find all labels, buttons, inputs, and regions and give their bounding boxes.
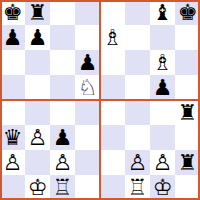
square-r3c5[interactable] — [125, 75, 150, 100]
square-r7c2[interactable]: ♖ — [50, 175, 75, 200]
square-r2c3[interactable]: ♟ — [75, 50, 100, 75]
square-r7c1[interactable]: ♔ — [25, 175, 50, 200]
piece-white-king: ♔ — [28, 175, 48, 200]
square-r0c0[interactable]: ♚ — [0, 0, 25, 25]
square-r0c4[interactable] — [100, 0, 125, 25]
square-r5c6[interactable] — [150, 125, 175, 150]
piece-black-pawn: ♟ — [53, 125, 73, 150]
square-r1c7[interactable] — [175, 25, 200, 50]
square-r7c0[interactable] — [0, 175, 25, 200]
square-r0c6[interactable]: ♝ — [150, 0, 175, 25]
piece-black-queen: ♛ — [3, 125, 23, 150]
piece-white-rook: ♖ — [53, 175, 73, 200]
square-r7c4[interactable] — [100, 175, 125, 200]
square-r4c1[interactable] — [25, 100, 50, 125]
square-r0c7[interactable]: ♚ — [175, 0, 200, 25]
square-r2c1[interactable] — [25, 50, 50, 75]
square-r7c6[interactable]: ♔ — [150, 175, 175, 200]
square-r1c5[interactable] — [125, 25, 150, 50]
square-r2c7[interactable] — [175, 50, 200, 75]
square-r2c2[interactable] — [50, 50, 75, 75]
piece-black-pawn: ♟ — [28, 25, 48, 50]
square-r4c2[interactable] — [50, 100, 75, 125]
chess-board: ♚♜♝♚♟♟♗♟♗♘♟♜♛♙♟♙♙♙♙♜♔♖♖♔ — [0, 0, 200, 200]
square-r5c1[interactable]: ♙ — [25, 125, 50, 150]
square-r6c1[interactable] — [25, 150, 50, 175]
square-r4c3[interactable] — [75, 100, 100, 125]
piece-black-rook: ♜ — [178, 150, 198, 175]
piece-black-pawn: ♟ — [3, 25, 23, 50]
square-r4c5[interactable] — [125, 100, 150, 125]
piece-black-king: ♚ — [178, 0, 198, 25]
square-r2c6[interactable]: ♗ — [150, 50, 175, 75]
square-r6c7[interactable]: ♜ — [175, 150, 200, 175]
square-r5c0[interactable]: ♛ — [0, 125, 25, 150]
square-r6c4[interactable] — [100, 150, 125, 175]
square-r3c6[interactable]: ♟ — [150, 75, 175, 100]
piece-white-pawn: ♙ — [153, 150, 173, 175]
square-r7c7[interactable] — [175, 175, 200, 200]
square-r0c1[interactable]: ♜ — [25, 0, 50, 25]
piece-white-pawn: ♙ — [3, 150, 23, 175]
square-r5c5[interactable] — [125, 125, 150, 150]
piece-black-rook: ♜ — [178, 100, 198, 125]
piece-black-rook: ♜ — [28, 0, 48, 25]
piece-white-bishop: ♗ — [103, 25, 123, 50]
square-r6c2[interactable]: ♙ — [50, 150, 75, 175]
square-r1c2[interactable] — [50, 25, 75, 50]
piece-white-pawn: ♙ — [53, 150, 73, 175]
square-r1c0[interactable]: ♟ — [0, 25, 25, 50]
square-r3c1[interactable] — [25, 75, 50, 100]
piece-black-pawn: ♟ — [78, 50, 98, 75]
square-r6c5[interactable]: ♙ — [125, 150, 150, 175]
piece-black-bishop: ♝ — [153, 0, 173, 25]
square-r0c5[interactable] — [125, 0, 150, 25]
square-r4c6[interactable] — [150, 100, 175, 125]
square-r3c3[interactable]: ♘ — [75, 75, 100, 100]
piece-black-king: ♚ — [3, 0, 23, 25]
square-r3c0[interactable] — [0, 75, 25, 100]
square-r3c7[interactable] — [175, 75, 200, 100]
square-r2c0[interactable] — [0, 50, 25, 75]
piece-white-rook: ♖ — [128, 175, 148, 200]
square-r5c3[interactable] — [75, 125, 100, 150]
square-r6c0[interactable]: ♙ — [0, 150, 25, 175]
square-r0c3[interactable] — [75, 0, 100, 25]
square-r5c2[interactable]: ♟ — [50, 125, 75, 150]
square-r4c7[interactable]: ♜ — [175, 100, 200, 125]
square-r1c1[interactable]: ♟ — [25, 25, 50, 50]
square-r1c4[interactable]: ♗ — [100, 25, 125, 50]
square-r6c6[interactable]: ♙ — [150, 150, 175, 175]
piece-white-bishop: ♗ — [153, 50, 173, 75]
square-r7c5[interactable]: ♖ — [125, 175, 150, 200]
square-r1c3[interactable] — [75, 25, 100, 50]
piece-white-king: ♔ — [153, 175, 173, 200]
square-r3c2[interactable] — [50, 75, 75, 100]
piece-white-pawn: ♙ — [28, 125, 48, 150]
piece-white-pawn: ♙ — [128, 150, 148, 175]
piece-white-knight: ♘ — [78, 75, 98, 100]
square-r4c0[interactable] — [0, 100, 25, 125]
piece-black-pawn: ♟ — [153, 75, 173, 100]
square-r2c4[interactable] — [100, 50, 125, 75]
square-r3c4[interactable] — [100, 75, 125, 100]
square-r0c2[interactable] — [50, 0, 75, 25]
square-r2c5[interactable] — [125, 50, 150, 75]
square-r5c4[interactable] — [100, 125, 125, 150]
square-r6c3[interactable] — [75, 150, 100, 175]
square-r1c6[interactable] — [150, 25, 175, 50]
chess-collage: ♚♜♝♚♟♟♗♟♗♘♟♜♛♙♟♙♙♙♙♜♔♖♖♔ — [0, 0, 200, 200]
square-r4c4[interactable] — [100, 100, 125, 125]
square-r7c3[interactable] — [75, 175, 100, 200]
square-r5c7[interactable] — [175, 125, 200, 150]
